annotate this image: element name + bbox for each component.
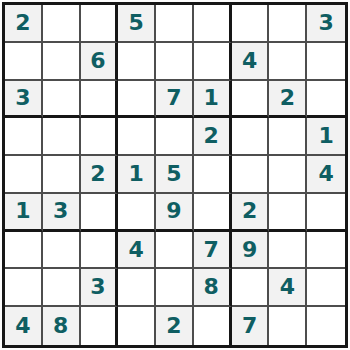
cell-r4c3[interactable]: [81, 118, 119, 156]
cell-digit: 5: [166, 163, 181, 185]
cell-r1c1[interactable]: 2: [5, 5, 43, 43]
cell-digit: 1: [318, 125, 333, 147]
cell-r3c5[interactable]: 7: [156, 81, 194, 119]
cell-r7c1[interactable]: [5, 232, 43, 270]
cell-r6c3[interactable]: [81, 194, 119, 232]
cell-r2c9[interactable]: [307, 43, 345, 81]
cell-digit: 4: [15, 315, 30, 337]
cell-r1c6[interactable]: [194, 5, 232, 43]
cell-digit: 2: [15, 12, 30, 34]
cell-digit: 7: [242, 315, 257, 337]
cell-r3c8[interactable]: 2: [269, 81, 307, 119]
cell-r5c2[interactable]: [43, 156, 81, 194]
cell-digit: 3: [53, 200, 68, 222]
cell-r1c7[interactable]: [232, 5, 270, 43]
cell-r9c6[interactable]: [194, 307, 232, 345]
cell-r8c2[interactable]: [43, 269, 81, 307]
cell-r5c3[interactable]: 2: [81, 156, 119, 194]
cell-r4c9[interactable]: 1: [307, 118, 345, 156]
cell-r2c1[interactable]: [5, 43, 43, 81]
cell-r3c7[interactable]: [232, 81, 270, 119]
cell-r8c9[interactable]: [307, 269, 345, 307]
cell-r5c1[interactable]: [5, 156, 43, 194]
cell-r1c8[interactable]: [269, 5, 307, 43]
cell-digit: 9: [166, 200, 181, 222]
cell-r3c2[interactable]: [43, 81, 81, 119]
cell-digit: 4: [318, 163, 333, 185]
cell-r8c8[interactable]: 4: [269, 269, 307, 307]
cell-r4c5[interactable]: [156, 118, 194, 156]
cell-digit: 2: [280, 87, 295, 109]
cell-r9c5[interactable]: 2: [156, 307, 194, 345]
cell-r3c4[interactable]: [118, 81, 156, 119]
cell-r7c9[interactable]: [307, 232, 345, 270]
cell-r8c7[interactable]: [232, 269, 270, 307]
cell-r1c3[interactable]: [81, 5, 119, 43]
cell-digit: 1: [15, 200, 30, 222]
cell-r2c2[interactable]: [43, 43, 81, 81]
cell-r8c3[interactable]: 3: [81, 269, 119, 307]
cell-r2c4[interactable]: [118, 43, 156, 81]
cell-r6c6[interactable]: [194, 194, 232, 232]
cell-r5c8[interactable]: [269, 156, 307, 194]
cell-digit: 4: [280, 276, 295, 298]
cell-r7c8[interactable]: [269, 232, 307, 270]
cell-r9c8[interactable]: [269, 307, 307, 345]
cell-digit: 8: [53, 315, 68, 337]
cell-r8c6[interactable]: 8: [194, 269, 232, 307]
cell-r7c2[interactable]: [43, 232, 81, 270]
cell-digit: 7: [204, 239, 219, 261]
cell-r7c6[interactable]: 7: [194, 232, 232, 270]
cell-r4c8[interactable]: [269, 118, 307, 156]
cell-digit: 2: [166, 315, 181, 337]
cell-digit: 8: [204, 276, 219, 298]
cell-r5c7[interactable]: [232, 156, 270, 194]
cell-r8c4[interactable]: [118, 269, 156, 307]
cell-digit: 1: [129, 163, 144, 185]
cell-digit: 3: [15, 87, 30, 109]
cell-digit: 4: [129, 239, 144, 261]
cell-r6c9[interactable]: [307, 194, 345, 232]
cell-r3c3[interactable]: [81, 81, 119, 119]
cell-r5c4[interactable]: 1: [118, 156, 156, 194]
cell-r1c9[interactable]: 3: [307, 5, 345, 43]
cell-r4c1[interactable]: [5, 118, 43, 156]
cell-r6c7[interactable]: 2: [232, 194, 270, 232]
cell-r1c5[interactable]: [156, 5, 194, 43]
cell-r6c8[interactable]: [269, 194, 307, 232]
cell-r6c2[interactable]: 3: [43, 194, 81, 232]
cell-r3c9[interactable]: [307, 81, 345, 119]
cell-r2c7[interactable]: 4: [232, 43, 270, 81]
cell-digit: 6: [90, 50, 105, 72]
cell-r1c2[interactable]: [43, 5, 81, 43]
cell-digit: 2: [204, 125, 219, 147]
cell-r7c7[interactable]: 9: [232, 232, 270, 270]
cell-r9c1[interactable]: 4: [5, 307, 43, 345]
cell-r3c6[interactable]: 1: [194, 81, 232, 119]
cell-r6c1[interactable]: 1: [5, 194, 43, 232]
cell-digit: 5: [129, 12, 144, 34]
cell-r4c6[interactable]: 2: [194, 118, 232, 156]
cell-r5c5[interactable]: 5: [156, 156, 194, 194]
cell-digit: 2: [242, 200, 257, 222]
cell-r6c5[interactable]: 9: [156, 194, 194, 232]
cell-r9c4[interactable]: [118, 307, 156, 345]
cell-r5c6[interactable]: [194, 156, 232, 194]
cell-r8c1[interactable]: [5, 269, 43, 307]
cell-r9c2[interactable]: 8: [43, 307, 81, 345]
cell-digit: 2: [90, 163, 105, 185]
cell-digit: 9: [242, 239, 257, 261]
cell-r2c6[interactable]: [194, 43, 232, 81]
cell-digit: 4: [242, 50, 257, 72]
cell-r2c8[interactable]: [269, 43, 307, 81]
sudoku-page: 25364371221215413924793844827: [0, 0, 350, 350]
cell-digit: 3: [90, 276, 105, 298]
cell-digit: 7: [166, 87, 181, 109]
cell-digit: 1: [204, 87, 219, 109]
cell-r9c7[interactable]: 7: [232, 307, 270, 345]
cell-r9c3[interactable]: [81, 307, 119, 345]
cell-digit: 3: [318, 12, 333, 34]
cell-r2c3[interactable]: 6: [81, 43, 119, 81]
cell-r6c4[interactable]: [118, 194, 156, 232]
cell-r2c5[interactable]: [156, 43, 194, 81]
cell-r1c4[interactable]: 5: [118, 5, 156, 43]
sudoku-board: 25364371221215413924793844827: [2, 2, 348, 348]
cell-r9c9[interactable]: [307, 307, 345, 345]
cell-r8c5[interactable]: [156, 269, 194, 307]
cell-r4c7[interactable]: [232, 118, 270, 156]
cell-r7c4[interactable]: 4: [118, 232, 156, 270]
cell-r3c1[interactable]: 3: [5, 81, 43, 119]
cell-r5c9[interactable]: 4: [307, 156, 345, 194]
cell-r7c5[interactable]: [156, 232, 194, 270]
cell-r4c4[interactable]: [118, 118, 156, 156]
cell-r7c3[interactable]: [81, 232, 119, 270]
cell-r4c2[interactable]: [43, 118, 81, 156]
